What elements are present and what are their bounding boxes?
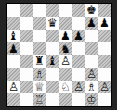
square-b8[interactable]	[20, 4, 33, 17]
square-c8[interactable]	[33, 4, 46, 17]
square-d1[interactable]	[46, 93, 59, 106]
square-c2[interactable]: ♕	[33, 81, 46, 94]
square-h5[interactable]	[98, 42, 111, 55]
piece-white-pawn: ♙	[99, 81, 110, 93]
square-e8[interactable]	[59, 4, 72, 17]
piece-white-pawn: ♙	[73, 81, 84, 93]
square-b4[interactable]	[20, 55, 33, 68]
square-d8[interactable]	[46, 4, 59, 17]
piece-black-pawn: ♟	[99, 17, 110, 29]
square-e7[interactable]	[59, 17, 72, 30]
square-f6[interactable]: ♟	[72, 30, 85, 43]
piece-black-knight: ♞	[60, 42, 71, 54]
square-g6[interactable]	[85, 30, 98, 43]
piece-white-bishop: ♗	[34, 68, 45, 80]
piece-black-pawn: ♟	[86, 17, 97, 29]
square-g2[interactable]: ♗	[85, 81, 98, 94]
square-a7[interactable]	[7, 17, 20, 30]
square-f8[interactable]	[72, 4, 85, 17]
square-e4[interactable]: ♙	[59, 55, 72, 68]
piece-black-king: ♚	[86, 4, 97, 16]
square-d6[interactable]	[46, 30, 59, 43]
square-g5[interactable]	[85, 42, 98, 55]
chess-board: ♚♛♟♟♝♟♟♟♞♜♝♙♗♙♙♕♘♙♗♙♖♔	[6, 3, 112, 107]
piece-white-knight: ♘	[60, 81, 71, 93]
square-h1[interactable]	[98, 93, 111, 106]
square-f3[interactable]	[72, 68, 85, 81]
square-e1[interactable]	[59, 93, 72, 106]
piece-black-bishop: ♝	[47, 55, 58, 67]
square-f2[interactable]: ♙	[72, 81, 85, 94]
square-g3[interactable]: ♙	[85, 68, 98, 81]
square-a4[interactable]	[7, 55, 20, 68]
piece-white-rook: ♖	[34, 93, 45, 105]
piece-black-queen: ♛	[47, 17, 58, 29]
square-c1[interactable]: ♖	[33, 93, 46, 106]
square-d4[interactable]: ♝	[46, 55, 59, 68]
square-g7[interactable]: ♟	[85, 17, 98, 30]
square-d5[interactable]	[46, 42, 59, 55]
square-b1[interactable]	[20, 93, 33, 106]
piece-white-bishop: ♗	[86, 81, 97, 93]
piece-white-king: ♔	[86, 93, 97, 105]
square-c6[interactable]	[33, 30, 46, 43]
square-b5[interactable]	[20, 42, 33, 55]
square-h2[interactable]: ♙	[98, 81, 111, 94]
piece-white-pawn: ♙	[86, 68, 97, 80]
square-e6[interactable]: ♟	[59, 30, 72, 43]
square-a5[interactable]: ♟	[7, 42, 20, 55]
square-h6[interactable]	[98, 30, 111, 43]
square-a2[interactable]: ♙	[7, 81, 20, 94]
square-c3[interactable]: ♗	[33, 68, 46, 81]
square-b7[interactable]	[20, 17, 33, 30]
square-a1[interactable]	[7, 93, 20, 106]
square-f5[interactable]	[72, 42, 85, 55]
square-e5[interactable]: ♞	[59, 42, 72, 55]
square-c5[interactable]	[33, 42, 46, 55]
piece-black-pawn: ♟	[8, 42, 19, 54]
piece-black-pawn: ♟	[73, 30, 84, 42]
square-a6[interactable]: ♝	[7, 30, 20, 43]
square-g4[interactable]	[85, 55, 98, 68]
square-h4[interactable]	[98, 55, 111, 68]
piece-black-bishop: ♝	[8, 30, 19, 42]
square-d3[interactable]	[46, 68, 59, 81]
square-b3[interactable]	[20, 68, 33, 81]
square-e3[interactable]	[59, 68, 72, 81]
square-b6[interactable]	[20, 30, 33, 43]
piece-black-rook: ♜	[34, 55, 45, 67]
square-d7[interactable]: ♛	[46, 17, 59, 30]
piece-white-queen: ♕	[34, 81, 45, 93]
square-a3[interactable]	[7, 68, 20, 81]
square-f4[interactable]	[72, 55, 85, 68]
square-c4[interactable]: ♜	[33, 55, 46, 68]
board-frame: ♚♛♟♟♝♟♟♟♞♜♝♙♗♙♙♕♘♙♗♙♖♔	[0, 0, 117, 110]
square-c7[interactable]	[33, 17, 46, 30]
square-h3[interactable]	[98, 68, 111, 81]
piece-black-pawn: ♟	[60, 30, 71, 42]
square-d2[interactable]	[46, 81, 59, 94]
square-h7[interactable]: ♟	[98, 17, 111, 30]
square-a8[interactable]	[7, 4, 20, 17]
square-b2[interactable]	[20, 81, 33, 94]
square-g8[interactable]: ♚	[85, 4, 98, 17]
square-h8[interactable]	[98, 4, 111, 17]
square-f1[interactable]	[72, 93, 85, 106]
piece-white-pawn: ♙	[60, 55, 71, 67]
square-f7[interactable]	[72, 17, 85, 30]
square-g1[interactable]: ♔	[85, 93, 98, 106]
piece-white-pawn: ♙	[8, 81, 19, 93]
square-e2[interactable]: ♘	[59, 81, 72, 94]
